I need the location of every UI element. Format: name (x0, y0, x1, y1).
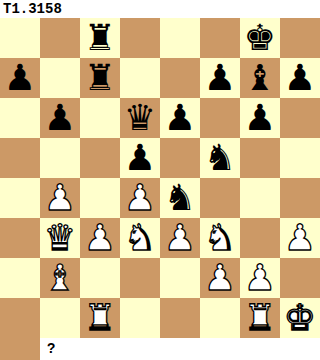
square-b1[interactable] (40, 298, 80, 338)
square-f3[interactable]: ♞ (200, 218, 240, 258)
black-pawn[interactable]: ♟ (200, 58, 240, 98)
chess-board: ♜♚♟♜♟♝♟♟♛♟♟♟♞♟♟♞♛♟♞♟♞♟♝♟♟♜♜♚ (0, 18, 320, 338)
white-knight[interactable]: ♞ (200, 218, 240, 258)
square-b8[interactable] (40, 18, 80, 58)
square-b3[interactable]: ♛ (40, 218, 80, 258)
square-f8[interactable] (200, 18, 240, 58)
square-c4[interactable] (80, 178, 120, 218)
square-d8[interactable] (120, 18, 160, 58)
black-knight[interactable]: ♞ (200, 138, 240, 178)
square-d5[interactable]: ♟ (120, 138, 160, 178)
black-queen[interactable]: ♛ (120, 98, 160, 138)
square-g7[interactable]: ♝ (240, 58, 280, 98)
square-d6[interactable]: ♛ (120, 98, 160, 138)
white-king[interactable]: ♚ (280, 298, 320, 338)
square-d7[interactable] (120, 58, 160, 98)
square-e4[interactable]: ♞ (160, 178, 200, 218)
square-g3[interactable] (240, 218, 280, 258)
white-pawn[interactable]: ♟ (80, 218, 120, 258)
black-pawn[interactable]: ♟ (280, 58, 320, 98)
square-f2[interactable]: ♟ (200, 258, 240, 298)
white-rook[interactable]: ♜ (80, 298, 120, 338)
square-f6[interactable] (200, 98, 240, 138)
square-a6[interactable] (0, 98, 40, 138)
square-c7[interactable]: ♜ (80, 58, 120, 98)
white-pawn[interactable]: ♟ (240, 258, 280, 298)
square-d4[interactable]: ♟ (120, 178, 160, 218)
square-e7[interactable] (160, 58, 200, 98)
square-c8[interactable]: ♜ (80, 18, 120, 58)
square-a7[interactable]: ♟ (0, 58, 40, 98)
square-f4[interactable] (200, 178, 240, 218)
square-b6[interactable]: ♟ (40, 98, 80, 138)
square-h3[interactable]: ♟ (280, 218, 320, 258)
square-d3[interactable]: ♞ (120, 218, 160, 258)
square-f5[interactable]: ♞ (200, 138, 240, 178)
square-g2[interactable]: ♟ (240, 258, 280, 298)
square-e2[interactable] (160, 258, 200, 298)
square-h6[interactable] (280, 98, 320, 138)
square-b2[interactable]: ♝ (40, 258, 80, 298)
black-king[interactable]: ♚ (240, 18, 280, 58)
white-queen[interactable]: ♛ (40, 218, 80, 258)
square-a4[interactable] (0, 178, 40, 218)
square-a8[interactable] (0, 18, 40, 58)
square-e6[interactable]: ♟ (160, 98, 200, 138)
square-g6[interactable]: ♟ (240, 98, 280, 138)
square-a2[interactable] (0, 258, 40, 298)
square-h8[interactable] (280, 18, 320, 58)
black-knight[interactable]: ♞ (160, 178, 200, 218)
white-bishop[interactable]: ♝ (40, 258, 80, 298)
black-pawn[interactable]: ♟ (160, 98, 200, 138)
square-g8[interactable]: ♚ (240, 18, 280, 58)
black-pawn[interactable]: ♟ (240, 98, 280, 138)
black-pawn[interactable]: ♟ (40, 98, 80, 138)
square-e1[interactable] (160, 298, 200, 338)
black-rook[interactable]: ♜ (80, 58, 120, 98)
square-a1[interactable] (0, 298, 40, 338)
black-rook[interactable]: ♜ (80, 18, 120, 58)
square-a5[interactable] (0, 138, 40, 178)
square-c1[interactable]: ♜ (80, 298, 120, 338)
square-h2[interactable] (280, 258, 320, 298)
square-c6[interactable] (80, 98, 120, 138)
square-c5[interactable] (80, 138, 120, 178)
square-e5[interactable] (160, 138, 200, 178)
square-h5[interactable] (280, 138, 320, 178)
square-e3[interactable]: ♟ (160, 218, 200, 258)
square-c2[interactable] (80, 258, 120, 298)
white-pawn[interactable]: ♟ (40, 178, 80, 218)
square-g5[interactable] (240, 138, 280, 178)
square-f7[interactable]: ♟ (200, 58, 240, 98)
white-pawn[interactable]: ♟ (120, 178, 160, 218)
white-pawn[interactable]: ♟ (280, 218, 320, 258)
square-d1[interactable] (120, 298, 160, 338)
square-h7[interactable]: ♟ (280, 58, 320, 98)
square-h4[interactable] (280, 178, 320, 218)
square-a3[interactable] (0, 218, 40, 258)
move-prompt: 1... ? (0, 338, 320, 360)
square-g1[interactable]: ♜ (240, 298, 280, 338)
black-pawn[interactable]: ♟ (120, 138, 160, 178)
white-pawn[interactable]: ♟ (200, 258, 240, 298)
square-c3[interactable]: ♟ (80, 218, 120, 258)
square-undefined1[interactable] (0, 338, 40, 360)
square-e8[interactable] (160, 18, 200, 58)
white-pawn[interactable]: ♟ (160, 218, 200, 258)
white-rook[interactable]: ♜ (240, 298, 280, 338)
square-g4[interactable] (240, 178, 280, 218)
square-b4[interactable]: ♟ (40, 178, 80, 218)
square-b7[interactable] (40, 58, 80, 98)
square-b5[interactable] (40, 138, 80, 178)
square-f1[interactable] (200, 298, 240, 338)
square-h1[interactable]: ♚ (280, 298, 320, 338)
puzzle-id: T1.3158 (0, 0, 320, 18)
black-pawn[interactable]: ♟ (0, 58, 40, 98)
white-knight[interactable]: ♞ (120, 218, 160, 258)
square-d2[interactable] (120, 258, 160, 298)
black-bishop[interactable]: ♝ (240, 58, 280, 98)
